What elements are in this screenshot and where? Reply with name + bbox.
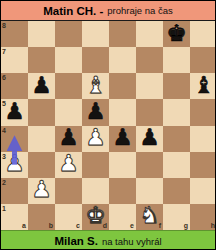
piece-black-pawn[interactable]: ♟ (85, 100, 106, 123)
square-c1[interactable]: c (55, 204, 82, 230)
file-label-a: a (22, 222, 26, 229)
square-b7[interactable] (28, 47, 55, 73)
player-bar: Milan S. na tahu vyhrál (1, 230, 215, 250)
square-d8[interactable] (82, 21, 109, 47)
square-a3[interactable]: 3♟ (1, 152, 28, 178)
rank-label-4: 4 (2, 127, 6, 134)
file-label-b: b (49, 222, 53, 229)
square-e1[interactable]: e (109, 204, 136, 230)
square-g1[interactable]: g (163, 204, 190, 230)
square-b2[interactable]: ♟ (28, 178, 55, 204)
square-e7[interactable] (109, 47, 136, 73)
square-a6[interactable]: 6 (1, 73, 28, 99)
chess-app-window: Matin CH. - prohraje na čas 8♚76♟♝♝5♟♟4♟… (0, 0, 216, 250)
square-h4[interactable] (190, 126, 216, 152)
piece-white-pawn[interactable]: ♟ (58, 152, 79, 175)
piece-black-king[interactable]: ♚ (166, 22, 187, 45)
square-h7[interactable] (190, 47, 216, 73)
piece-white-king[interactable]: ♚ (85, 204, 106, 227)
square-e3[interactable] (109, 152, 136, 178)
player-status: na tahu vyhrál (102, 236, 162, 247)
square-b5[interactable] (28, 99, 55, 125)
piece-black-pawn[interactable]: ♟ (112, 126, 133, 149)
square-b3[interactable] (28, 152, 55, 178)
square-c3[interactable]: ♟ (55, 152, 82, 178)
square-b4[interactable] (28, 126, 55, 152)
piece-black-bishop[interactable]: ♝ (193, 74, 214, 97)
opponent-name: Matin CH. - (43, 5, 103, 17)
square-e8[interactable] (109, 21, 136, 47)
square-f8[interactable] (136, 21, 163, 47)
square-g2[interactable] (163, 178, 190, 204)
square-d5[interactable]: ♟ (82, 99, 109, 125)
board-grid: 8♚76♟♝♝5♟♟4♟♟♟♟3♟♟2♟1abcd♚ef♞gh (1, 21, 216, 230)
rank-label-6: 6 (2, 74, 6, 81)
file-label-h: h (211, 222, 215, 229)
square-h8[interactable] (190, 21, 216, 47)
square-g3[interactable] (163, 152, 190, 178)
square-f5[interactable] (136, 99, 163, 125)
square-d3[interactable] (82, 152, 109, 178)
square-h2[interactable] (190, 178, 216, 204)
square-d4[interactable]: ♟ (82, 126, 109, 152)
square-h5[interactable] (190, 99, 216, 125)
piece-white-pawn[interactable]: ♟ (31, 178, 52, 201)
square-e2[interactable] (109, 178, 136, 204)
piece-white-pawn[interactable]: ♟ (85, 126, 106, 149)
file-label-g: g (184, 222, 188, 229)
square-g7[interactable] (163, 47, 190, 73)
square-b1[interactable]: b (28, 204, 55, 230)
player-name: Milan S. (54, 235, 97, 247)
piece-white-bishop[interactable]: ♝ (85, 74, 106, 97)
piece-white-knight[interactable]: ♞ (139, 204, 160, 227)
square-c8[interactable] (55, 21, 82, 47)
piece-black-pawn[interactable]: ♟ (4, 100, 25, 123)
square-f3[interactable] (136, 152, 163, 178)
square-e5[interactable] (109, 99, 136, 125)
rank-label-8: 8 (2, 22, 6, 29)
square-b6[interactable]: ♟ (28, 73, 55, 99)
square-g5[interactable] (163, 99, 190, 125)
square-f7[interactable] (136, 47, 163, 73)
square-a8[interactable]: 8 (1, 21, 28, 47)
square-b8[interactable] (28, 21, 55, 47)
square-a7[interactable]: 7 (1, 47, 28, 73)
square-e6[interactable] (109, 73, 136, 99)
chess-board: 8♚76♟♝♝5♟♟4♟♟♟♟3♟♟2♟1abcd♚ef♞gh (1, 21, 216, 230)
file-label-e: e (130, 222, 134, 229)
file-label-c: c (76, 222, 80, 229)
piece-black-pawn[interactable]: ♟ (139, 126, 160, 149)
square-a4[interactable]: 4 (1, 126, 28, 152)
square-a1[interactable]: 1a (1, 204, 28, 230)
square-c4[interactable]: ♟ (55, 126, 82, 152)
square-c6[interactable] (55, 73, 82, 99)
square-f1[interactable]: f♞ (136, 204, 163, 230)
square-g4[interactable] (163, 126, 190, 152)
rank-label-1: 1 (2, 205, 6, 212)
square-c7[interactable] (55, 47, 82, 73)
square-d6[interactable]: ♝ (82, 73, 109, 99)
square-d1[interactable]: d♚ (82, 204, 109, 230)
square-f2[interactable] (136, 178, 163, 204)
square-h1[interactable]: h (190, 204, 216, 230)
square-c5[interactable] (55, 99, 82, 125)
square-f6[interactable] (136, 73, 163, 99)
opponent-status: prohraje na čas (107, 5, 172, 16)
rank-label-7: 7 (2, 48, 6, 55)
piece-white-pawn[interactable]: ♟ (4, 152, 25, 175)
square-g8[interactable]: ♚ (163, 21, 190, 47)
square-e4[interactable]: ♟ (109, 126, 136, 152)
opponent-bar: Matin CH. - prohraje na čas (1, 1, 215, 21)
square-c2[interactable] (55, 178, 82, 204)
square-d2[interactable] (82, 178, 109, 204)
square-d7[interactable] (82, 47, 109, 73)
square-f4[interactable]: ♟ (136, 126, 163, 152)
square-a5[interactable]: 5♟ (1, 99, 28, 125)
square-a2[interactable]: 2 (1, 178, 28, 204)
square-h6[interactable]: ♝ (190, 73, 216, 99)
square-h3[interactable] (190, 152, 216, 178)
rank-label-2: 2 (2, 179, 6, 186)
piece-black-pawn[interactable]: ♟ (58, 126, 79, 149)
square-g6[interactable] (163, 73, 190, 99)
piece-black-pawn[interactable]: ♟ (31, 74, 52, 97)
